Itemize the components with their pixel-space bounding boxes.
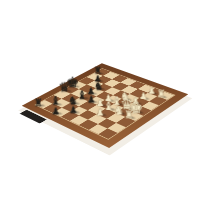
black-pawn-d5-icon: ♟ [87, 95, 95, 104]
black-rook-a8-icon: ♜ [34, 98, 43, 108]
white-bishop-d3-icon: ♝ [104, 101, 115, 113]
black-pawn-b5-icon: ♟ [69, 105, 77, 114]
black-knight-f6-icon: ♞ [94, 81, 104, 92]
white-rook-h1-icon: ♜ [156, 89, 165, 99]
chessboard-product-photo: ♜♟♜♟♟♞♞♟♚♟♟♝♛♚♛♝♟♟♝♞♜♞♟♝♟♜♟ [0, 0, 200, 200]
white-knight-d2-icon: ♞ [113, 105, 123, 117]
white-pawn-h2-icon: ♟ [147, 87, 155, 96]
square-b5: ♟ [70, 106, 88, 115]
white-pawn-c3-icon: ♟ [96, 108, 105, 117]
black-pawn-a6-icon: ♟ [51, 107, 59, 116]
square-e1: ♚ [133, 106, 151, 115]
white-rook-d1-icon: ♜ [124, 110, 134, 121]
square-h1: ♜ [157, 92, 174, 101]
black-queen-d8-icon: ♛ [59, 81, 71, 94]
chess-board: ♜♟♜♟♟♞♞♟♚♟♟♝♛♚♛♝♟♟♝♞♜♞♟♝♟♜♟ [22, 63, 188, 148]
